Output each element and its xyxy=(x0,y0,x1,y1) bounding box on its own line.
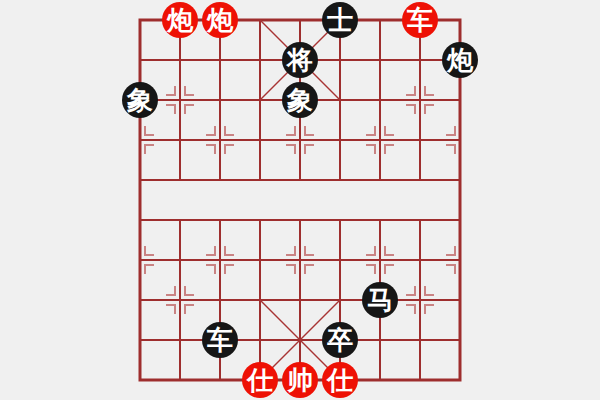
piece-black-general[interactable]: 将 xyxy=(282,42,318,78)
board-point: 炮 xyxy=(440,40,480,80)
piece-black-elephant[interactable]: 象 xyxy=(282,82,318,118)
board-point: 士 xyxy=(320,0,360,40)
board-point: 象 xyxy=(120,80,160,120)
board-point: 帅 xyxy=(280,360,320,400)
piece-red-king[interactable]: 帅 xyxy=(282,362,318,398)
piece-black-chariot[interactable]: 车 xyxy=(202,322,238,358)
board-point: 卒 xyxy=(320,320,360,360)
piece-black-cannon[interactable]: 炮 xyxy=(442,42,478,78)
piece-red-advisor[interactable]: 仕 xyxy=(322,362,358,398)
piece-red-advisor[interactable]: 仕 xyxy=(242,362,278,398)
piece-red-chariot[interactable]: 车 xyxy=(402,2,438,38)
board-point: 将 xyxy=(280,40,320,80)
piece-red-cannon[interactable]: 炮 xyxy=(202,2,238,38)
piece-black-soldier[interactable]: 卒 xyxy=(322,322,358,358)
piece-black-elephant[interactable]: 象 xyxy=(122,82,158,118)
board-point: 车 xyxy=(400,0,440,40)
board-point: 炮 xyxy=(200,0,240,40)
board-point: 仕 xyxy=(320,360,360,400)
board-point: 车 xyxy=(200,320,240,360)
piece-black-horse[interactable]: 马 xyxy=(362,282,398,318)
board-point: 马 xyxy=(360,280,400,320)
board-point: 炮 xyxy=(160,0,200,40)
board-grid: 炮炮士车将炮象象马车卒仕帅仕 xyxy=(120,0,480,400)
piece-red-cannon[interactable]: 炮 xyxy=(162,2,198,38)
xiangqi-board: 炮炮士车将炮象象马车卒仕帅仕 xyxy=(0,0,600,400)
board-point: 象 xyxy=(280,80,320,120)
board-point: 仕 xyxy=(240,360,280,400)
piece-black-advisor[interactable]: 士 xyxy=(322,2,358,38)
